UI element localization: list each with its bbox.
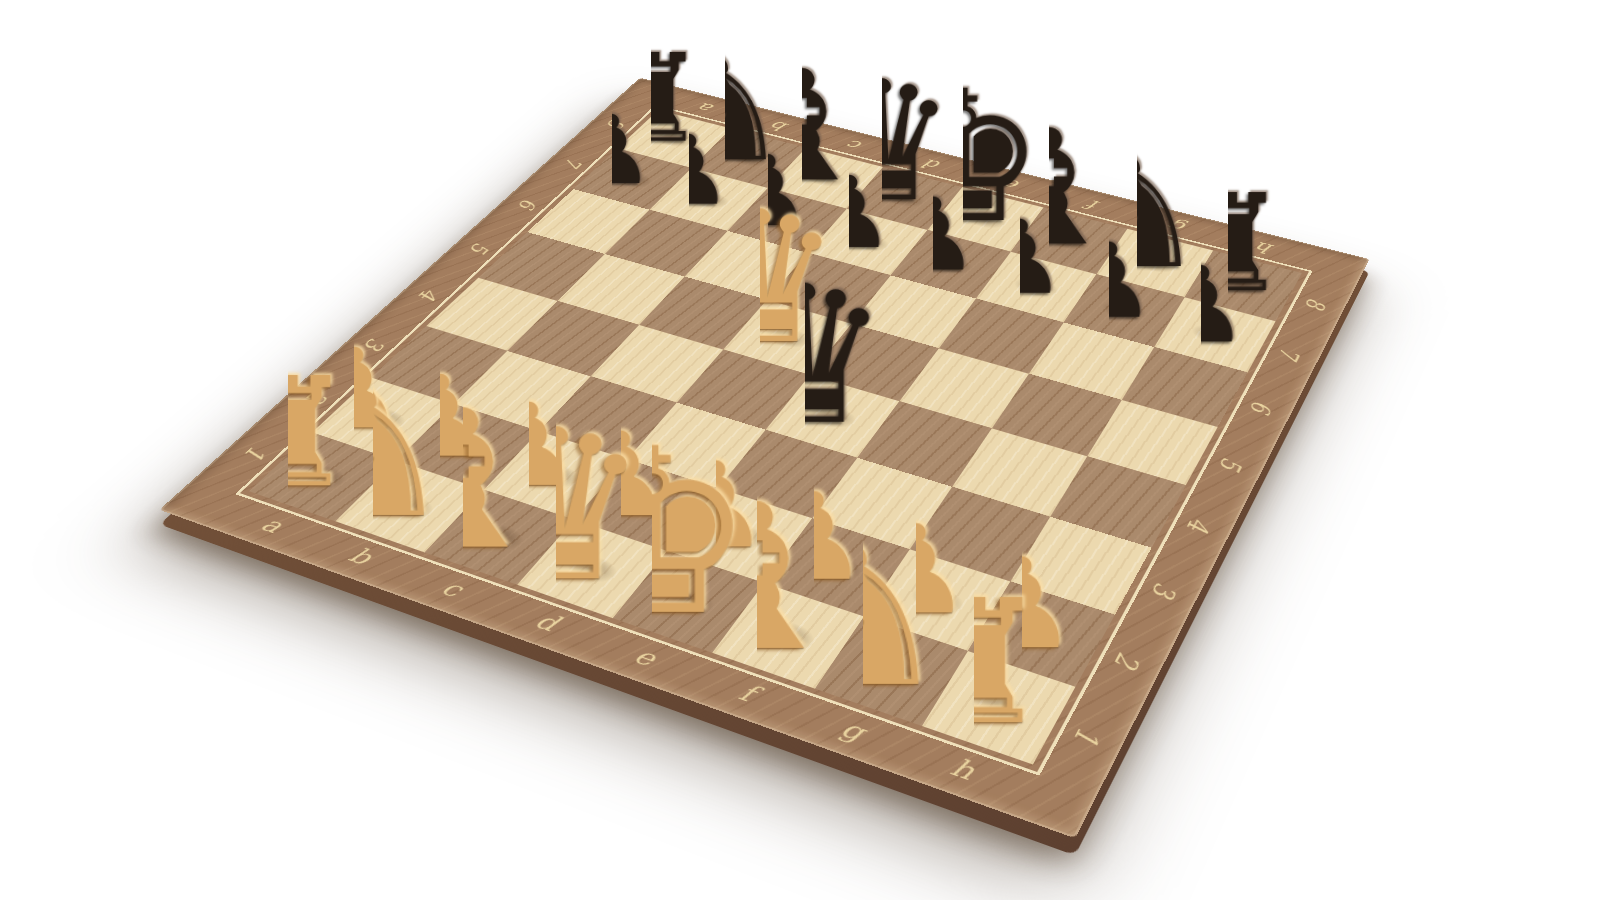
rank-label-right-8: 8 — [1299, 296, 1333, 312]
chess-board-3d: ♜♞♝♛♚♝♞♜♟♟♟♟♟♟♟♟♛♛♟♟♟♟♟♟♟♟♜♞♝♛♚♝♞♜ aa11b… — [159, 78, 1369, 839]
file-label-bottom-f: f — [734, 679, 762, 707]
rank-label-right-5: 5 — [1213, 454, 1250, 473]
rank-label-right-2: 2 — [1107, 649, 1148, 673]
file-label-bottom-h: h — [946, 753, 981, 786]
rank-label-left-4: 4 — [413, 287, 447, 303]
product-photo-scene: ♜♞♝♛♚♝♞♜♟♟♟♟♟♟♟♟♛♛♟♟♟♟♟♟♟♟♜♞♝♛♚♝♞♜ aa11b… — [0, 0, 1600, 900]
rank-label-left-5: 5 — [464, 241, 497, 256]
rank-label-right-4: 4 — [1180, 515, 1218, 536]
rank-label-right-7: 7 — [1272, 345, 1307, 362]
rank-label-right-1: 1 — [1066, 723, 1109, 749]
square-e4: ♛ — [766, 375, 900, 458]
rank-label-left-6: 6 — [512, 197, 544, 211]
chess-board: ♜♞♝♛♚♝♞♜♟♟♟♟♟♟♟♟♛♛♟♟♟♟♟♟♟♟♜♞♝♛♚♝♞♜ aa11b… — [159, 78, 1369, 839]
rank-label-right-3: 3 — [1145, 579, 1185, 601]
file-label-bottom-a: a — [255, 512, 290, 537]
file-label-bottom-g: g — [836, 714, 871, 745]
file-label-bottom-b: b — [343, 543, 379, 569]
rank-label-right-6: 6 — [1244, 398, 1280, 416]
